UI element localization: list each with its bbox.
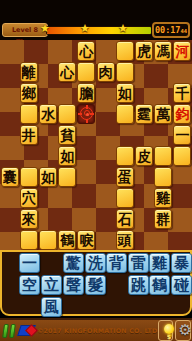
board-tile-貧: 貧 (58, 125, 76, 145)
tile-character: 萬 (156, 107, 170, 121)
timer-display: 00:1744 (152, 22, 190, 38)
given-tile-河: 河 (173, 41, 191, 61)
candidate-tile-一[interactable]: 一 (19, 253, 40, 273)
board-tile-群: 群 (154, 209, 172, 229)
candidate-tile-風[interactable]: 風 (41, 297, 62, 317)
cursor-crosshair-cell[interactable] (77, 104, 95, 124)
tile-character: 鄉 (22, 86, 36, 100)
board-tile-鶴: 鶴 (58, 230, 76, 250)
footer-bar: ©2017 KINGFORMATION CO. LTD $ ⚙ (0, 318, 192, 341)
tile-character: 鶴 (60, 233, 74, 247)
puzzle-board: 心虎馮河離心肉鄉膽如千水霆萬鈞井貧一如皮囊如蛋穴雞來石群鶴唳頭 (0, 40, 192, 250)
kingformation-logo (18, 323, 34, 338)
candidate-tile-暴[interactable]: 暴 (171, 253, 192, 273)
candidate-tile-雷[interactable]: 雷 (128, 253, 149, 273)
board-tile-鄉: 鄉 (20, 83, 38, 103)
tile-character: 河 (175, 44, 189, 58)
empty-slot-r3c3[interactable] (58, 104, 76, 124)
board-tile-心: 心 (58, 62, 76, 82)
empty-slot-r6c3[interactable] (58, 167, 76, 187)
empty-slot-r3c1[interactable] (20, 104, 38, 124)
board-tile-如: 如 (58, 146, 76, 166)
board-tile-雞: 雞 (154, 188, 172, 208)
empty-slot-r1c6[interactable] (116, 62, 134, 82)
candidate-tile-碰[interactable]: 碰 (171, 275, 192, 295)
board-tile-唳: 唳 (77, 230, 95, 250)
tile-character: 來 (22, 212, 36, 226)
empty-slot-r5c8[interactable] (154, 146, 172, 166)
empty-slot-r9c1[interactable] (20, 230, 38, 250)
empty-slot-r6c1[interactable] (20, 167, 38, 187)
settings-button[interactable]: ⚙ (175, 320, 191, 341)
empty-slot-r5c9[interactable] (173, 146, 191, 166)
board-tile-如: 如 (116, 83, 134, 103)
target-crosshair-icon (78, 105, 94, 123)
board-tile-肉: 肉 (97, 62, 115, 82)
star-icon-3: ★ (118, 22, 128, 35)
board-tile-馮: 馮 (154, 41, 172, 61)
star-icon-1: ★ (40, 22, 50, 35)
candidate-tile-髮[interactable]: 髮 (85, 275, 106, 295)
tile-character: 霆 (137, 107, 151, 121)
candidate-tile-聲[interactable]: 聲 (63, 275, 84, 295)
tile-character: 離 (22, 65, 36, 79)
board-tile-井: 井 (20, 125, 38, 145)
empty-slot-r9c2[interactable] (39, 230, 57, 250)
board-tile-如: 如 (39, 167, 57, 187)
candidate-tile-立[interactable]: 立 (41, 275, 62, 295)
empty-slot-r3c6[interactable] (116, 104, 134, 124)
candidate-tile-空[interactable]: 空 (19, 275, 40, 295)
tile-character: 群 (156, 212, 170, 226)
tile-character: 井 (22, 128, 36, 142)
tile-character: 馮 (156, 44, 170, 58)
settings-gear-icon: ⚙ (176, 321, 192, 340)
tile-character: 肉 (99, 65, 113, 79)
game-window: Level 8 Time 00:1744 ★★★ 心虎馮河離心肉鄉膽如千水霆萬鈞… (0, 0, 192, 341)
tile-character: 千 (175, 86, 189, 100)
candidate-tile-背[interactable]: 背 (106, 253, 127, 273)
empty-slot-r7c6[interactable] (116, 188, 134, 208)
tile-character: 心 (60, 65, 74, 79)
candidate-tile-驚[interactable]: 驚 (63, 253, 84, 273)
board-tile-千: 千 (173, 83, 191, 103)
empty-slot-r5c6[interactable] (116, 146, 134, 166)
given-tile-鈞: 鈞 (173, 104, 191, 124)
empty-slot-r0c6[interactable] (116, 41, 134, 61)
tile-character: 穴 (22, 191, 36, 205)
time-progress-bar (46, 26, 152, 35)
board-tile-霆: 霆 (135, 104, 153, 124)
candidate-tile-跳[interactable]: 跳 (128, 275, 149, 295)
candidate-panel: 一驚洗背雷雞暴空立聲髮跳鶴碰風 (0, 250, 192, 316)
tile-character: 貧 (60, 128, 74, 142)
star-icon-2: ★ (80, 22, 90, 35)
tile-character: 皮 (137, 149, 151, 163)
green-bars-icon[interactable] (2, 324, 16, 338)
board-tile-水: 水 (39, 104, 57, 124)
tile-character: 一 (175, 128, 189, 142)
tile-character: 如 (41, 170, 55, 184)
tile-character: 如 (118, 86, 132, 100)
tile-character: 唳 (79, 233, 93, 247)
tile-character: 膽 (79, 86, 93, 100)
tile-character: 如 (60, 149, 74, 163)
tile-character: 蛋 (118, 170, 132, 184)
tile-character: 石 (118, 212, 132, 226)
candidate-tile-鶴[interactable]: 鶴 (149, 275, 170, 295)
hint-cost-badge: $ (167, 333, 171, 340)
timer-fraction: 44 (180, 28, 187, 34)
board-tile-心: 心 (77, 41, 95, 61)
board-tile-頭: 頭 (116, 230, 134, 250)
tile-character: 水 (41, 107, 55, 121)
board-tile-一: 一 (173, 125, 191, 145)
board-tile-來: 來 (20, 209, 38, 229)
empty-slot-r6c8[interactable] (154, 167, 172, 187)
board-tile-石: 石 (116, 209, 134, 229)
time-progress-fill (47, 27, 151, 34)
board-tile-萬: 萬 (154, 104, 172, 124)
hint-button[interactable]: $ (158, 320, 174, 341)
board-tile-膽: 膽 (77, 83, 95, 103)
board-tile-離: 離 (20, 62, 38, 82)
tile-character: 鈞 (175, 107, 189, 121)
board-tile-穴: 穴 (20, 188, 38, 208)
board-tile-皮: 皮 (135, 146, 153, 166)
tile-character: 虎 (137, 44, 151, 58)
candidate-tile-洗[interactable]: 洗 (85, 253, 106, 273)
tile-character: 雞 (156, 191, 170, 205)
tile-character: 心 (79, 44, 93, 58)
board-tile-囊: 囊 (1, 167, 19, 187)
board-tile-虎: 虎 (135, 41, 153, 61)
copyright-text: ©2017 KINGFORMATION CO. LTD (37, 327, 158, 334)
header-bar: Level 8 Time 00:1744 ★★★ (0, 0, 192, 40)
empty-slot-r1c4[interactable] (77, 62, 95, 82)
timer-minutes-seconds: 00:17 (155, 25, 181, 35)
candidate-tile-雞[interactable]: 雞 (149, 253, 170, 273)
tile-character: 頭 (118, 233, 132, 247)
board-tile-蛋: 蛋 (116, 167, 134, 187)
tile-character: 囊 (3, 170, 17, 184)
